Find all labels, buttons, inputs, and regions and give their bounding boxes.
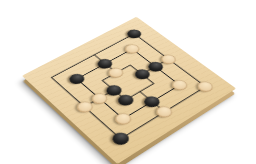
right-connector-line <box>140 92 165 112</box>
photo-stage <box>0 0 256 164</box>
board-lines <box>22 17 236 164</box>
bottom-connector-line <box>84 90 113 107</box>
board-tilt-wrapper <box>22 17 236 164</box>
board-scene <box>0 0 256 164</box>
morris-board <box>22 17 236 164</box>
